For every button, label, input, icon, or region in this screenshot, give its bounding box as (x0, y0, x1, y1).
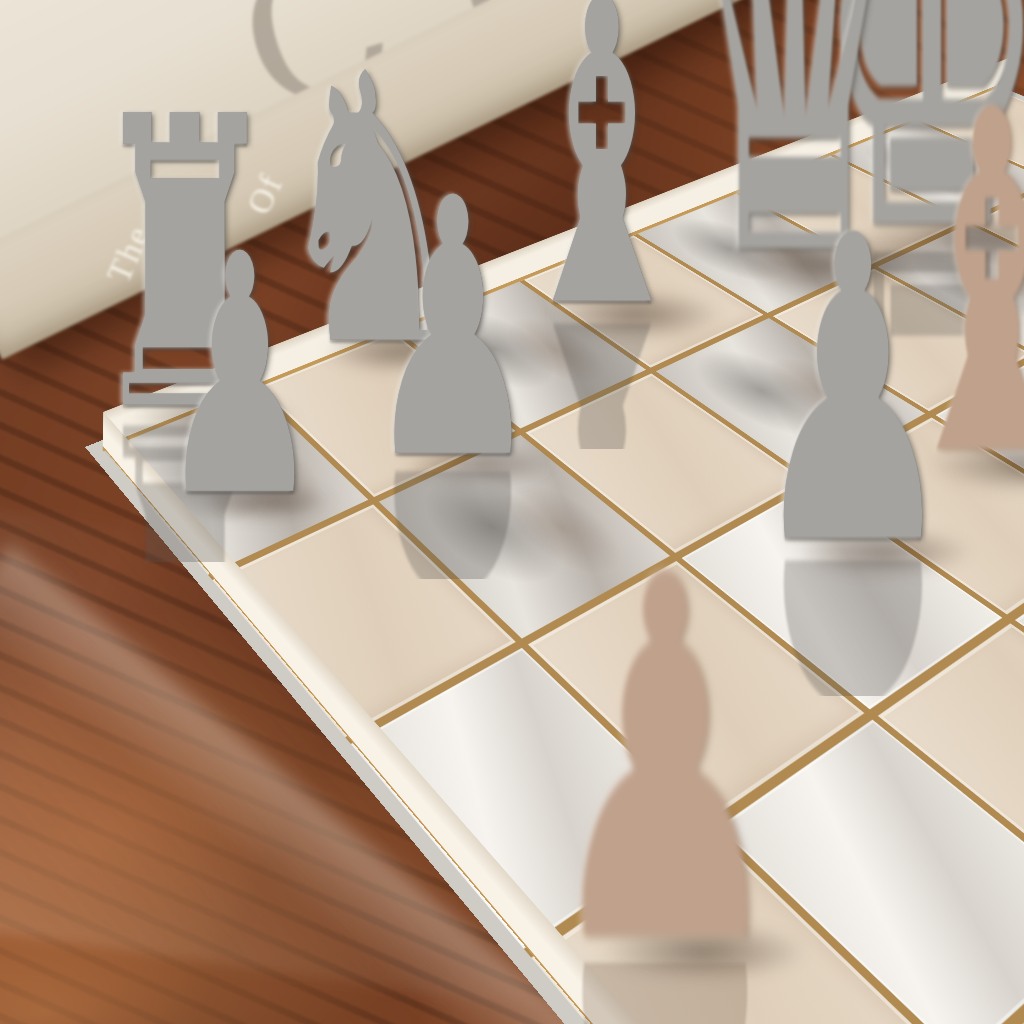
silver-pawn-b2[interactable]: ♟ (365, 153, 540, 508)
wood-pawn-b4[interactable]: ♟ (542, 512, 789, 1012)
product-photo-scene: CH The Art Of ♜♝♚♟♟♟ ♜♞♝♛♚♟♟♟♝♟ (0, 0, 1024, 1024)
silver-pawn-a2[interactable]: ♟ (159, 212, 322, 542)
